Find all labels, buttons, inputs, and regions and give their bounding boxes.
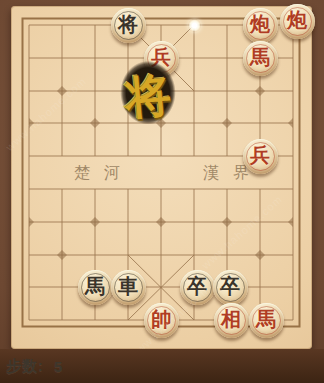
watermark-logo: 将 [112, 54, 184, 140]
piece-black-chariot[interactable]: 車 [111, 270, 146, 305]
piece-glyph: 炮 [287, 10, 307, 30]
piece-glyph: 馬 [250, 47, 270, 67]
piece-glyph: 炮 [250, 14, 270, 34]
piece-glyph: 馬 [85, 276, 105, 296]
piece-black-soldier-right[interactable]: 卒 [213, 270, 248, 305]
logo-character: 将 [122, 64, 173, 130]
piece-red-elephant[interactable]: 相 [214, 303, 249, 338]
piece-glyph: 車 [118, 276, 138, 296]
piece-glyph: 帥 [151, 309, 171, 329]
step-count-value: 5 [54, 358, 63, 375]
xiangqi-game-screen: 楚河 漢界 将炮炮兵馬兵馬車卒卒帥相馬 将 www.hahome.com www… [0, 0, 324, 383]
piece-red-soldier-river[interactable]: 兵 [243, 139, 278, 174]
piece-glyph: 兵 [250, 145, 270, 165]
step-count-label: 步数: [6, 357, 44, 376]
piece-glyph: 馬 [256, 309, 276, 329]
piece-glyph: 卒 [187, 276, 207, 296]
move-indicator-dot [188, 19, 201, 32]
piece-glyph: 卒 [220, 276, 240, 296]
piece-red-cannon-right[interactable]: 炮 [280, 4, 315, 39]
piece-red-horse-bottom[interactable]: 馬 [249, 303, 284, 338]
piece-red-general[interactable]: 帥 [144, 303, 179, 338]
piece-red-horse-top[interactable]: 馬 [243, 41, 278, 76]
piece-black-horse[interactable]: 馬 [78, 270, 113, 305]
piece-black-soldier-left[interactable]: 卒 [180, 270, 215, 305]
status-bar: 步数: 5 [0, 349, 324, 383]
piece-red-cannon-left[interactable]: 炮 [243, 8, 278, 43]
piece-glyph: 相 [221, 309, 241, 329]
piece-glyph: 将 [118, 14, 138, 34]
piece-black-general[interactable]: 将 [111, 8, 146, 43]
